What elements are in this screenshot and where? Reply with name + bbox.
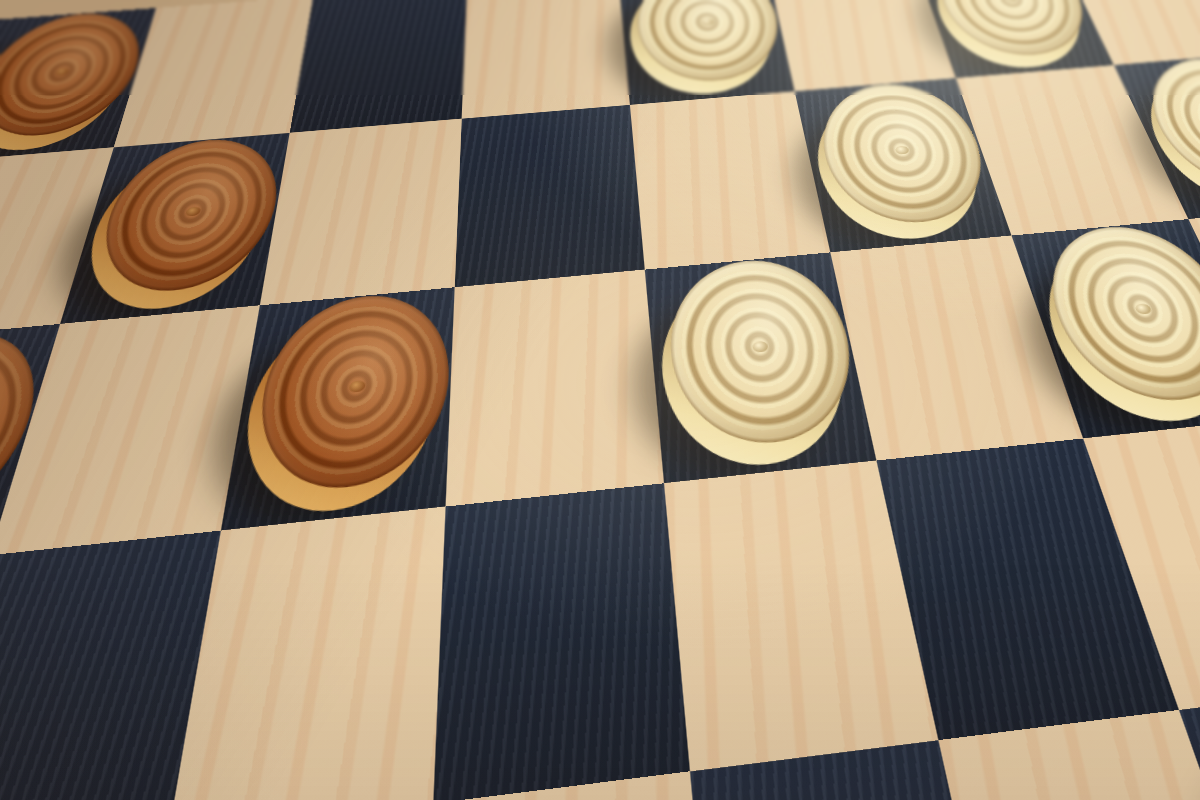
square-r1c3-dark[interactable] [455,105,645,287]
checkers-board [0,0,1200,800]
checker-piece-cream[interactable] [627,0,784,95]
checkers-photo: { "game": "checkers (draughts)", "scene"… [0,0,1200,800]
checker-piece-brown[interactable] [236,300,444,513]
square-r3c3-dark[interactable] [433,483,690,800]
checker-piece-cream[interactable] [922,0,1102,69]
square-r2c2-dark[interactable] [221,287,455,530]
square-r0c4-dark[interactable] [618,0,795,105]
checker-piece-cream[interactable] [656,265,862,467]
square-r1c2-light [260,119,462,306]
square-r2c3-light [446,270,664,507]
square-r0c3-light [462,0,630,119]
square-r0c2-dark[interactable] [290,0,468,133]
board-scene [0,0,1200,800]
